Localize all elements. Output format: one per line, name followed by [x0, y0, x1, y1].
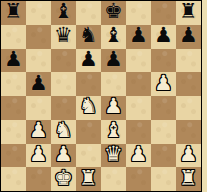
piece-black-knight[interactable]: ♞	[79, 25, 98, 46]
square-d6[interactable]: ♟	[76, 49, 101, 73]
square-g3[interactable]	[151, 120, 176, 144]
square-a2[interactable]	[1, 144, 26, 168]
chess-app-window: ♜♝♚♜♛♞♝♟♟♟♟♟♟♟♟♞♟♟♞♝♟♟♛♟♟♚♜♜	[0, 0, 207, 192]
square-b2[interactable]: ♟	[26, 144, 51, 168]
square-e4[interactable]: ♟	[101, 96, 126, 120]
square-g1[interactable]	[151, 167, 176, 191]
square-a8[interactable]: ♜	[1, 1, 26, 25]
piece-white-pawn[interactable]: ♟	[179, 144, 198, 165]
square-a5[interactable]	[1, 72, 26, 96]
chess-board: ♜♝♚♜♛♞♝♟♟♟♟♟♟♟♟♞♟♟♞♝♟♟♛♟♟♚♜♜	[1, 1, 201, 191]
piece-white-pawn[interactable]: ♟	[129, 144, 148, 165]
piece-black-rook[interactable]: ♜	[179, 1, 198, 22]
square-c8[interactable]: ♝	[51, 1, 76, 25]
piece-white-bishop[interactable]: ♝	[104, 120, 123, 141]
board-frame: ♜♝♚♜♛♞♝♟♟♟♟♟♟♟♟♞♟♟♞♝♟♟♛♟♟♚♜♜	[0, 0, 202, 192]
square-h7[interactable]: ♟	[176, 25, 201, 49]
square-f3[interactable]	[126, 120, 151, 144]
piece-black-pawn[interactable]: ♟	[129, 25, 148, 46]
square-g6[interactable]	[151, 49, 176, 73]
square-h3[interactable]	[176, 120, 201, 144]
piece-white-queen[interactable]: ♛	[104, 144, 123, 165]
square-h4[interactable]	[176, 96, 201, 120]
piece-black-bishop[interactable]: ♝	[104, 25, 123, 46]
piece-white-rook[interactable]: ♜	[79, 168, 98, 189]
piece-black-pawn[interactable]: ♟	[79, 49, 98, 70]
square-b4[interactable]	[26, 96, 51, 120]
square-e3[interactable]: ♝	[101, 120, 126, 144]
piece-white-pawn[interactable]: ♟	[29, 120, 48, 141]
square-g4[interactable]	[151, 96, 176, 120]
piece-white-pawn[interactable]: ♟	[29, 144, 48, 165]
square-a4[interactable]	[1, 96, 26, 120]
square-h2[interactable]: ♟	[176, 144, 201, 168]
square-e5[interactable]	[101, 72, 126, 96]
square-a7[interactable]	[1, 25, 26, 49]
square-b3[interactable]: ♟	[26, 120, 51, 144]
square-f7[interactable]: ♟	[126, 25, 151, 49]
piece-black-pawn[interactable]: ♟	[29, 73, 48, 94]
square-f6[interactable]	[126, 49, 151, 73]
square-g7[interactable]: ♟	[151, 25, 176, 49]
piece-white-rook[interactable]: ♜	[179, 168, 198, 189]
piece-black-pawn[interactable]: ♟	[179, 25, 198, 46]
piece-white-pawn[interactable]: ♟	[104, 96, 123, 117]
piece-white-king[interactable]: ♚	[54, 168, 73, 189]
square-a3[interactable]	[1, 120, 26, 144]
square-c5[interactable]	[51, 72, 76, 96]
square-c4[interactable]	[51, 96, 76, 120]
square-a6[interactable]: ♟	[1, 49, 26, 73]
piece-white-pawn[interactable]: ♟	[54, 144, 73, 165]
square-e7[interactable]: ♝	[101, 25, 126, 49]
piece-black-king[interactable]: ♚	[104, 1, 123, 22]
piece-white-knight[interactable]: ♞	[79, 96, 98, 117]
piece-black-pawn[interactable]: ♟	[104, 49, 123, 70]
square-d1[interactable]: ♜	[76, 167, 101, 191]
square-d3[interactable]	[76, 120, 101, 144]
square-h1[interactable]: ♜	[176, 167, 201, 191]
piece-black-queen[interactable]: ♛	[54, 25, 73, 46]
square-d4[interactable]: ♞	[76, 96, 101, 120]
square-c2[interactable]: ♟	[51, 144, 76, 168]
piece-white-pawn[interactable]: ♟	[154, 73, 173, 94]
square-e1[interactable]	[101, 167, 126, 191]
square-g2[interactable]	[151, 144, 176, 168]
square-b5[interactable]: ♟	[26, 72, 51, 96]
square-g5[interactable]: ♟	[151, 72, 176, 96]
square-d5[interactable]	[76, 72, 101, 96]
square-b8[interactable]	[26, 1, 51, 25]
square-d7[interactable]: ♞	[76, 25, 101, 49]
square-c7[interactable]: ♛	[51, 25, 76, 49]
square-f8[interactable]	[126, 1, 151, 25]
square-c1[interactable]: ♚	[51, 167, 76, 191]
piece-black-pawn[interactable]: ♟	[4, 49, 23, 70]
board-right-margin	[202, 0, 207, 192]
square-b1[interactable]	[26, 167, 51, 191]
square-b6[interactable]	[26, 49, 51, 73]
piece-black-pawn[interactable]: ♟	[154, 25, 173, 46]
piece-black-rook[interactable]: ♜	[4, 1, 23, 22]
square-e6[interactable]: ♟	[101, 49, 126, 73]
square-h8[interactable]: ♜	[176, 1, 201, 25]
square-c6[interactable]	[51, 49, 76, 73]
square-f5[interactable]	[126, 72, 151, 96]
square-e2[interactable]: ♛	[101, 144, 126, 168]
piece-black-bishop[interactable]: ♝	[54, 1, 73, 22]
square-b7[interactable]	[26, 25, 51, 49]
square-d8[interactable]	[76, 1, 101, 25]
piece-white-knight[interactable]: ♞	[54, 120, 73, 141]
square-h5[interactable]	[176, 72, 201, 96]
square-f1[interactable]	[126, 167, 151, 191]
square-h6[interactable]	[176, 49, 201, 73]
square-d2[interactable]	[76, 144, 101, 168]
square-a1[interactable]	[1, 167, 26, 191]
square-f2[interactable]: ♟	[126, 144, 151, 168]
square-f4[interactable]	[126, 96, 151, 120]
square-e8[interactable]: ♚	[101, 1, 126, 25]
square-c3[interactable]: ♞	[51, 120, 76, 144]
square-g8[interactable]	[151, 1, 176, 25]
